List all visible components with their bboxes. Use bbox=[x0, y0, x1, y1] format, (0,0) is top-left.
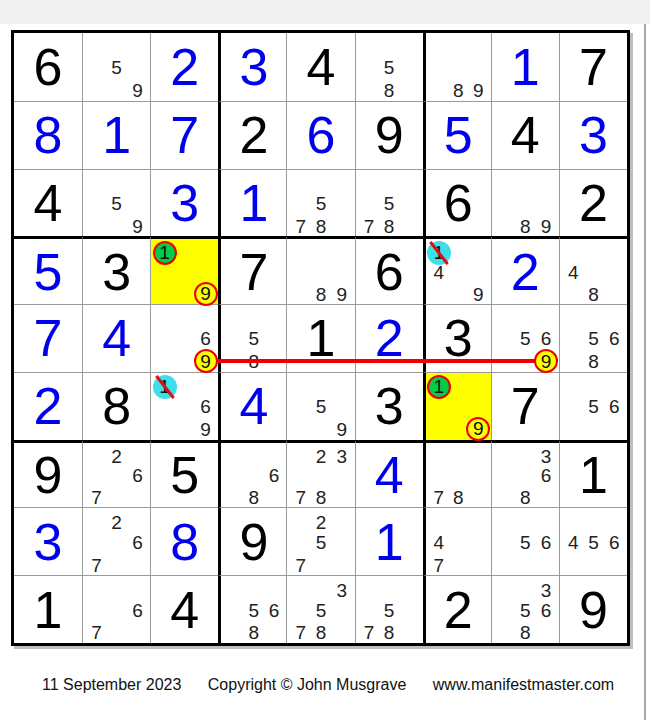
given-digit: 6 bbox=[426, 170, 491, 237]
solved-digit: 7 bbox=[14, 305, 82, 372]
candidate-5: 5 bbox=[384, 193, 395, 212]
cell-r9c3[interactable]: 4 bbox=[150, 575, 218, 643]
cell-r6c5[interactable]: 59 bbox=[286, 372, 354, 440]
candidate-5: 5 bbox=[588, 329, 599, 348]
candidate-5: 5 bbox=[316, 600, 327, 619]
given-digit: 7 bbox=[221, 239, 286, 304]
cell-r8c9[interactable]: 456 bbox=[559, 507, 627, 575]
solved-digit: 1 bbox=[83, 102, 150, 169]
candidate-6: 6 bbox=[269, 600, 280, 619]
footer-website[interactable]: www.manifestmaster.com bbox=[433, 676, 614, 693]
candidate-2: 2 bbox=[316, 447, 327, 466]
candidate-8: 8 bbox=[316, 284, 327, 303]
cell-r9c5[interactable]: 3578 bbox=[286, 575, 354, 643]
cell-r3c3[interactable]: 3 bbox=[150, 169, 218, 237]
candidate-7: 7 bbox=[296, 555, 307, 574]
cell-r2c2[interactable]: 1 bbox=[82, 101, 150, 169]
candidate-8: 8 bbox=[249, 623, 260, 642]
cell-r3c1[interactable]: 4 bbox=[14, 169, 82, 237]
candidate-3: 3 bbox=[336, 447, 347, 466]
cell-r1c9[interactable]: 7 bbox=[559, 33, 627, 101]
cell-r9c4[interactable]: 568 bbox=[218, 575, 286, 643]
solved-digit: 1 bbox=[221, 170, 286, 237]
cell-r1c2[interactable]: 59 bbox=[82, 33, 150, 101]
given-digit: 1 bbox=[14, 576, 82, 643]
candidate-8: 8 bbox=[384, 80, 395, 99]
cell-r2c1[interactable]: 8 bbox=[14, 101, 82, 169]
candidate-9: 9 bbox=[541, 216, 552, 235]
solved-digit: 3 bbox=[221, 33, 286, 101]
solved-digit: 2 bbox=[151, 33, 218, 101]
given-digit: 4 bbox=[492, 102, 559, 169]
cell-r1c4[interactable]: 3 bbox=[218, 33, 286, 101]
candidate-9: 9 bbox=[336, 419, 347, 438]
cell-r6c9[interactable]: 56 bbox=[559, 372, 627, 440]
cell-r9c9[interactable]: 9 bbox=[559, 575, 627, 643]
cell-r1c8[interactable]: 1 bbox=[491, 33, 559, 101]
footer: 11 September 2023 Copyright © John Musgr… bbox=[42, 676, 614, 694]
candidate-7: 7 bbox=[364, 623, 375, 642]
cell-r6c3[interactable]: 169 bbox=[150, 372, 218, 440]
cell-r4c2[interactable]: 3 bbox=[82, 236, 150, 304]
candidate-7: 7 bbox=[364, 216, 375, 235]
candidate-5: 5 bbox=[520, 329, 531, 348]
cell-r6c6[interactable]: 3 bbox=[355, 372, 423, 440]
footer-copyright: Copyright © John Musgrave bbox=[208, 676, 407, 693]
cell-r1c1[interactable]: 6 bbox=[14, 33, 82, 101]
candidate-9: 9 bbox=[132, 216, 143, 235]
candidate-7: 7 bbox=[91, 555, 102, 574]
given-digit: 3 bbox=[356, 373, 423, 440]
candidate-9: 9 bbox=[336, 284, 347, 303]
candidate-5: 5 bbox=[249, 600, 260, 619]
cell-r7c9[interactable]: 1 bbox=[559, 440, 627, 508]
candidate-1-green-circle: 1 bbox=[427, 375, 451, 399]
given-digit: 2 bbox=[221, 102, 286, 169]
candidate-4: 4 bbox=[568, 532, 579, 551]
cell-r5c2[interactable]: 4 bbox=[82, 304, 150, 372]
candidate-3: 3 bbox=[336, 581, 347, 600]
cell-r5c1[interactable]: 7 bbox=[14, 304, 82, 372]
candidate-6: 6 bbox=[541, 329, 552, 348]
candidate-3: 3 bbox=[541, 447, 552, 466]
solved-digit: 2 bbox=[492, 239, 559, 304]
candidate-6: 6 bbox=[541, 600, 552, 619]
candidate-9-red-circle: 9 bbox=[194, 282, 218, 306]
candidate-8: 8 bbox=[453, 80, 464, 99]
given-digit: 4 bbox=[151, 576, 218, 643]
cell-r9c8[interactable]: 3568 bbox=[491, 575, 559, 643]
cell-r1c6[interactable]: 58 bbox=[355, 33, 423, 101]
cell-r3c8[interactable]: 89 bbox=[491, 169, 559, 237]
candidate-8: 8 bbox=[520, 488, 531, 507]
solved-digit: 8 bbox=[151, 508, 218, 575]
candidate-5: 5 bbox=[111, 193, 122, 212]
candidate-6: 6 bbox=[132, 532, 143, 551]
cell-r8c5[interactable]: 257 bbox=[286, 507, 354, 575]
candidate-5: 5 bbox=[316, 397, 327, 416]
candidate-8: 8 bbox=[520, 623, 531, 642]
candidate-6: 6 bbox=[609, 329, 620, 348]
given-digit: 2 bbox=[426, 576, 491, 643]
candidate-7: 7 bbox=[296, 623, 307, 642]
given-digit: 7 bbox=[560, 33, 627, 101]
cell-r5c9[interactable]: 568 bbox=[559, 304, 627, 372]
candidate-2: 2 bbox=[111, 513, 122, 532]
given-digit: 2 bbox=[560, 170, 627, 237]
given-digit: 4 bbox=[287, 33, 354, 101]
candidate-1-cyan-slash: 1 bbox=[427, 241, 451, 265]
candidate-8: 8 bbox=[520, 216, 531, 235]
given-digit: 8 bbox=[83, 373, 150, 440]
solved-digit: 3 bbox=[560, 102, 627, 169]
candidate-3: 3 bbox=[541, 581, 552, 600]
given-digit: 1 bbox=[560, 443, 627, 508]
solved-digit: 6 bbox=[287, 102, 354, 169]
candidate-6: 6 bbox=[541, 532, 552, 551]
cell-r8c7[interactable]: 47 bbox=[423, 507, 491, 575]
cell-r6c7[interactable]: 19 bbox=[423, 372, 491, 440]
candidate-5: 5 bbox=[384, 57, 395, 76]
cell-r2c9[interactable]: 3 bbox=[559, 101, 627, 169]
solved-digit: 2 bbox=[14, 373, 82, 440]
cell-r7c6[interactable]: 4 bbox=[355, 440, 423, 508]
candidate-6: 6 bbox=[609, 397, 620, 416]
cell-r3c2[interactable]: 59 bbox=[82, 169, 150, 237]
cell-r6c1[interactable]: 2 bbox=[14, 372, 82, 440]
cell-r4c6[interactable]: 6 bbox=[355, 236, 423, 304]
given-digit: 9 bbox=[356, 102, 423, 169]
cell-r2c8[interactable]: 4 bbox=[491, 101, 559, 169]
solved-digit: 4 bbox=[83, 305, 150, 372]
candidate-8: 8 bbox=[588, 284, 599, 303]
cell-r6c2[interactable]: 8 bbox=[82, 372, 150, 440]
candidate-4: 4 bbox=[433, 532, 444, 551]
cell-r7c4[interactable]: 68 bbox=[218, 440, 286, 508]
cell-r2c6[interactable]: 9 bbox=[355, 101, 423, 169]
solved-digit: 3 bbox=[14, 508, 82, 575]
cell-r4c7[interactable]: 149 bbox=[423, 236, 491, 304]
cell-r6c4[interactable]: 4 bbox=[218, 372, 286, 440]
given-digit: 9 bbox=[14, 443, 82, 508]
candidate-5: 5 bbox=[316, 532, 327, 551]
given-digit: 9 bbox=[560, 576, 627, 643]
cell-r7c3[interactable]: 5 bbox=[150, 440, 218, 508]
solved-digit: 5 bbox=[14, 239, 82, 304]
cell-r2c4[interactable]: 2 bbox=[218, 101, 286, 169]
cell-r8c2[interactable]: 267 bbox=[82, 507, 150, 575]
cell-r6c8[interactable]: 7 bbox=[491, 372, 559, 440]
page-right-edge bbox=[644, 24, 646, 720]
solved-digit: 4 bbox=[221, 373, 286, 440]
cell-r3c5[interactable]: 578 bbox=[286, 169, 354, 237]
cell-r7c8[interactable]: 368 bbox=[491, 440, 559, 508]
cell-r7c7[interactable]: 78 bbox=[423, 440, 491, 508]
cell-r3c9[interactable]: 2 bbox=[559, 169, 627, 237]
cell-r5c3[interactable]: 69 bbox=[150, 304, 218, 372]
candidate-5: 5 bbox=[316, 193, 327, 212]
cell-r7c5[interactable]: 2378 bbox=[286, 440, 354, 508]
candidate-6: 6 bbox=[132, 466, 143, 485]
candidate-9-red-circle: 9 bbox=[534, 349, 558, 373]
solved-digit: 8 bbox=[14, 102, 82, 169]
candidate-8: 8 bbox=[384, 216, 395, 235]
cell-r8c3[interactable]: 8 bbox=[150, 507, 218, 575]
candidate-7: 7 bbox=[433, 488, 444, 507]
footer-date: 11 September 2023 bbox=[42, 676, 181, 693]
cell-r3c6[interactable]: 578 bbox=[355, 169, 423, 237]
cell-r8c8[interactable]: 56 bbox=[491, 507, 559, 575]
candidate-8: 8 bbox=[316, 488, 327, 507]
cell-r1c7[interactable]: 89 bbox=[423, 33, 491, 101]
candidate-6: 6 bbox=[269, 466, 280, 485]
candidate-5: 5 bbox=[520, 600, 531, 619]
candidate-9-red-circle: 9 bbox=[466, 417, 490, 441]
given-digit: 4 bbox=[14, 170, 82, 237]
candidate-7: 7 bbox=[433, 555, 444, 574]
candidate-1-cyan-slash: 1 bbox=[153, 375, 177, 399]
candidate-6: 6 bbox=[200, 329, 211, 348]
candidate-4: 4 bbox=[433, 262, 444, 281]
candidate-7: 7 bbox=[91, 623, 102, 642]
cell-r4c8[interactable]: 2 bbox=[491, 236, 559, 304]
candidate-8: 8 bbox=[316, 216, 327, 235]
candidate-2: 2 bbox=[316, 513, 327, 532]
cell-r8c6[interactable]: 1 bbox=[355, 507, 423, 575]
cell-r3c4[interactable]: 1 bbox=[218, 169, 286, 237]
candidate-9: 9 bbox=[473, 80, 484, 99]
candidate-8: 8 bbox=[316, 623, 327, 642]
candidate-1-green-circle: 1 bbox=[153, 241, 177, 265]
candidate-8: 8 bbox=[384, 623, 395, 642]
cell-r2c5[interactable]: 6 bbox=[286, 101, 354, 169]
given-digit: 5 bbox=[151, 443, 218, 508]
given-digit: 7 bbox=[492, 373, 559, 440]
candidate-9: 9 bbox=[473, 284, 484, 303]
candidate-6: 6 bbox=[541, 466, 552, 485]
window-top-strip bbox=[0, 0, 650, 24]
candidate-7: 7 bbox=[296, 216, 307, 235]
candidate-7: 7 bbox=[296, 488, 307, 507]
cell-r7c2[interactable]: 267 bbox=[82, 440, 150, 508]
candidate-9: 9 bbox=[132, 80, 143, 99]
candidate-8: 8 bbox=[249, 488, 260, 507]
sudoku-board: 6592345889178172695434593157857868925319… bbox=[11, 30, 630, 646]
cell-r4c5[interactable]: 89 bbox=[286, 236, 354, 304]
cell-r1c5[interactable]: 4 bbox=[286, 33, 354, 101]
solved-digit: 1 bbox=[356, 508, 423, 575]
cell-r9c6[interactable]: 578 bbox=[355, 575, 423, 643]
candidate-9: 9 bbox=[200, 419, 211, 438]
cell-r9c1[interactable]: 1 bbox=[14, 575, 82, 643]
cell-r8c4[interactable]: 9 bbox=[218, 507, 286, 575]
candidate-5: 5 bbox=[249, 329, 260, 348]
given-digit: 3 bbox=[83, 239, 150, 304]
cell-r9c7[interactable]: 2 bbox=[423, 575, 491, 643]
solved-digit: 3 bbox=[151, 170, 218, 237]
solved-digit: 7 bbox=[151, 102, 218, 169]
candidate-4: 4 bbox=[568, 262, 579, 281]
solved-digit: 5 bbox=[426, 102, 491, 169]
candidate-6: 6 bbox=[609, 532, 620, 551]
cell-r4c9[interactable]: 48 bbox=[559, 236, 627, 304]
candidate-7: 7 bbox=[91, 488, 102, 507]
candidate-2: 2 bbox=[111, 447, 122, 466]
given-digit: 6 bbox=[356, 239, 423, 304]
given-digit: 9 bbox=[221, 508, 286, 575]
cell-r2c3[interactable]: 7 bbox=[150, 101, 218, 169]
cell-r4c1[interactable]: 5 bbox=[14, 236, 82, 304]
candidate-5: 5 bbox=[588, 532, 599, 551]
candidate-5: 5 bbox=[111, 57, 122, 76]
candidate-8: 8 bbox=[588, 352, 599, 371]
cell-r4c4[interactable]: 7 bbox=[218, 236, 286, 304]
candidate-6: 6 bbox=[132, 600, 143, 619]
candidate-6: 6 bbox=[200, 397, 211, 416]
cell-r8c1[interactable]: 3 bbox=[14, 507, 82, 575]
cell-r2c7[interactable]: 5 bbox=[423, 101, 491, 169]
candidate-9-red-circle: 9 bbox=[194, 349, 218, 373]
cell-r3c7[interactable]: 6 bbox=[423, 169, 491, 237]
cell-r1c3[interactable]: 2 bbox=[150, 33, 218, 101]
cell-r7c1[interactable]: 9 bbox=[14, 440, 82, 508]
cell-r9c2[interactable]: 67 bbox=[82, 575, 150, 643]
candidate-5: 5 bbox=[588, 397, 599, 416]
candidate-5: 5 bbox=[520, 532, 531, 551]
candidate-8: 8 bbox=[453, 488, 464, 507]
strong-link-line bbox=[205, 359, 546, 363]
given-digit: 6 bbox=[14, 33, 82, 101]
solved-digit: 1 bbox=[492, 33, 559, 101]
solved-digit: 4 bbox=[356, 443, 423, 508]
candidate-5: 5 bbox=[384, 600, 395, 619]
cell-r4c3[interactable]: 19 bbox=[150, 236, 218, 304]
